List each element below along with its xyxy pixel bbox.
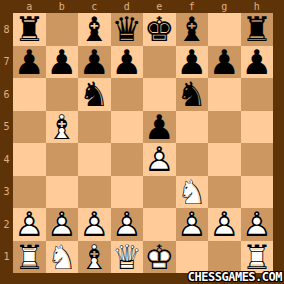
square-f7[interactable]: ♟ bbox=[176, 46, 209, 79]
rank-label-5: 5 bbox=[0, 111, 13, 144]
white-queen: ♛♕ bbox=[112, 240, 142, 274]
rank-label-2: 2 bbox=[0, 208, 13, 241]
black-king: ♚ bbox=[144, 12, 174, 46]
square-e3[interactable] bbox=[143, 176, 176, 209]
white-pawn: ♟♙ bbox=[209, 207, 239, 241]
square-f8[interactable]: ♝ bbox=[176, 13, 209, 46]
square-d5[interactable] bbox=[111, 111, 144, 144]
rank-label-4: 4 bbox=[0, 143, 13, 176]
square-a4[interactable] bbox=[13, 143, 46, 176]
square-f5[interactable] bbox=[176, 111, 209, 144]
square-b8[interactable] bbox=[46, 13, 79, 46]
square-a1[interactable]: ♜♖ bbox=[13, 241, 46, 274]
square-g6[interactable] bbox=[208, 78, 241, 111]
square-c6[interactable]: ♞ bbox=[78, 78, 111, 111]
file-label-b: b bbox=[46, 0, 79, 13]
white-knight: ♞♘ bbox=[47, 240, 77, 274]
white-pawn: ♟♙ bbox=[144, 142, 174, 176]
square-d4[interactable] bbox=[111, 143, 144, 176]
square-e6[interactable] bbox=[143, 78, 176, 111]
square-c7[interactable]: ♟ bbox=[78, 46, 111, 79]
square-c4[interactable] bbox=[78, 143, 111, 176]
square-d8[interactable]: ♛ bbox=[111, 13, 144, 46]
black-pawn: ♟ bbox=[14, 45, 44, 79]
square-d2[interactable]: ♟♙ bbox=[111, 208, 144, 241]
square-a8[interactable]: ♜ bbox=[13, 13, 46, 46]
square-b5[interactable]: ♝♗ bbox=[46, 111, 79, 144]
square-c8[interactable]: ♝ bbox=[78, 13, 111, 46]
square-f1[interactable] bbox=[176, 241, 209, 274]
square-a2[interactable]: ♟♙ bbox=[13, 208, 46, 241]
square-f2[interactable]: ♟♙ bbox=[176, 208, 209, 241]
rank-label-8: 8 bbox=[0, 13, 13, 46]
square-b7[interactable]: ♟ bbox=[46, 46, 79, 79]
square-g4[interactable] bbox=[208, 143, 241, 176]
square-a5[interactable] bbox=[13, 111, 46, 144]
square-b2[interactable]: ♟♙ bbox=[46, 208, 79, 241]
rank-label-6: 6 bbox=[0, 78, 13, 111]
rank-label-1: 1 bbox=[0, 241, 13, 274]
black-pawn: ♟ bbox=[47, 45, 77, 79]
square-h1[interactable]: ♜♖ bbox=[241, 241, 274, 274]
square-e7[interactable] bbox=[143, 46, 176, 79]
file-labels: abcdefgh bbox=[13, 0, 273, 13]
chess-board: ♜♝♛♚♝♜♟♟♟♟♟♟♟♞♞♝♗♟♟♙♞♘♟♙♟♙♟♙♟♙♟♙♟♙♟♙♜♖♞♘… bbox=[13, 13, 273, 273]
square-d6[interactable] bbox=[111, 78, 144, 111]
white-pawn: ♟♙ bbox=[177, 207, 207, 241]
square-h6[interactable] bbox=[241, 78, 274, 111]
square-h8[interactable]: ♜ bbox=[241, 13, 274, 46]
square-h4[interactable] bbox=[241, 143, 274, 176]
square-d1[interactable]: ♛♕ bbox=[111, 241, 144, 274]
white-bishop: ♝♗ bbox=[47, 110, 77, 144]
square-e4[interactable]: ♟♙ bbox=[143, 143, 176, 176]
rank-labels: 87654321 bbox=[0, 13, 13, 273]
black-pawn: ♟ bbox=[112, 45, 142, 79]
black-knight: ♞ bbox=[79, 77, 109, 111]
square-e1[interactable]: ♚♔ bbox=[143, 241, 176, 274]
square-e2[interactable] bbox=[143, 208, 176, 241]
rank-label-7: 7 bbox=[0, 46, 13, 79]
chess-board-frame: abcdefgh 87654321 ♜♝♛♚♝♜♟♟♟♟♟♟♟♞♞♝♗♟♟♙♞♘… bbox=[0, 0, 284, 284]
square-a6[interactable] bbox=[13, 78, 46, 111]
white-king: ♚♔ bbox=[144, 240, 174, 274]
square-g2[interactable]: ♟♙ bbox=[208, 208, 241, 241]
square-b4[interactable] bbox=[46, 143, 79, 176]
square-d7[interactable]: ♟ bbox=[111, 46, 144, 79]
square-g5[interactable] bbox=[208, 111, 241, 144]
black-pawn: ♟ bbox=[209, 45, 239, 79]
square-b1[interactable]: ♞♘ bbox=[46, 241, 79, 274]
square-h2[interactable]: ♟♙ bbox=[241, 208, 274, 241]
square-a7[interactable]: ♟ bbox=[13, 46, 46, 79]
white-rook: ♜♖ bbox=[14, 240, 44, 274]
square-g7[interactable]: ♟ bbox=[208, 46, 241, 79]
white-rook: ♜♖ bbox=[242, 240, 272, 274]
square-g1[interactable] bbox=[208, 241, 241, 274]
square-h7[interactable]: ♟ bbox=[241, 46, 274, 79]
square-c5[interactable] bbox=[78, 111, 111, 144]
square-f6[interactable]: ♞ bbox=[176, 78, 209, 111]
square-c2[interactable]: ♟♙ bbox=[78, 208, 111, 241]
black-pawn: ♟ bbox=[242, 45, 272, 79]
black-knight: ♞ bbox=[177, 77, 207, 111]
white-bishop: ♝♗ bbox=[79, 240, 109, 274]
chessgames-watermark: CHESSGAMES.COM bbox=[188, 270, 282, 284]
square-f4[interactable] bbox=[176, 143, 209, 176]
rank-label-3: 3 bbox=[0, 176, 13, 209]
square-c1[interactable]: ♝♗ bbox=[78, 241, 111, 274]
square-e8[interactable]: ♚ bbox=[143, 13, 176, 46]
square-b6[interactable] bbox=[46, 78, 79, 111]
square-h5[interactable] bbox=[241, 111, 274, 144]
square-g8[interactable] bbox=[208, 13, 241, 46]
file-label-g: g bbox=[208, 0, 241, 13]
